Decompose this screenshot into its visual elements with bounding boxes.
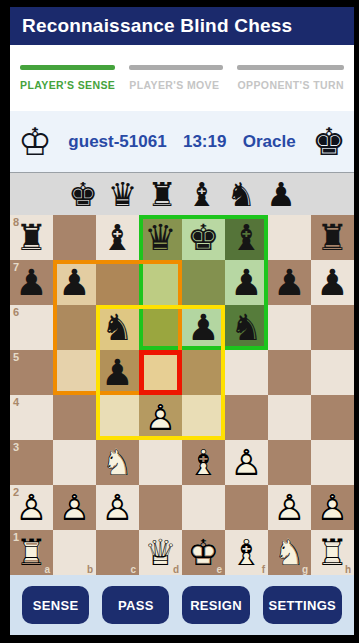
- square-e1[interactable]: e♚♔: [182, 530, 225, 575]
- square-b7[interactable]: ♟: [53, 260, 96, 305]
- square-f5[interactable]: [225, 350, 268, 395]
- square-c1[interactable]: c: [96, 530, 139, 575]
- black-bishop-icon: ♝: [187, 178, 217, 211]
- black-king-icon: ♚: [68, 178, 98, 211]
- white-bishop: ♝♗: [182, 440, 225, 485]
- square-b3[interactable]: [53, 440, 96, 485]
- piece-outline: ♙: [53, 485, 96, 530]
- square-a7[interactable]: 7♟: [10, 260, 53, 305]
- file-label-f: f: [262, 564, 265, 575]
- app-screen: Reconnaissance Blind Chess PLAYER'S SENS…: [10, 7, 354, 635]
- square-f7[interactable]: ♟: [225, 260, 268, 305]
- square-f3[interactable]: ♟♙: [225, 440, 268, 485]
- square-g6[interactable]: [268, 305, 311, 350]
- square-a5[interactable]: 5: [10, 350, 53, 395]
- white-pawn: ♟♙: [139, 395, 182, 440]
- square-c5[interactable]: ♟: [96, 350, 139, 395]
- rank-label-7: 7: [13, 261, 19, 273]
- black-pawn-icon: ♟: [266, 178, 296, 211]
- square-d7[interactable]: [139, 260, 182, 305]
- file-label-g: g: [302, 564, 308, 575]
- square-b4[interactable]: [53, 395, 96, 440]
- tab-label: PLAYER'S MOVE: [129, 79, 223, 91]
- square-h2[interactable]: ♟♙: [311, 485, 354, 530]
- black-pawn: ♟: [311, 260, 354, 305]
- square-b2[interactable]: ♟♙: [53, 485, 96, 530]
- piece-outline: ♙: [139, 395, 182, 440]
- rank-label-3: 3: [13, 441, 19, 453]
- piece-outline: ♙: [225, 440, 268, 485]
- square-c6[interactable]: ♞: [96, 305, 139, 350]
- square-f2[interactable]: [225, 485, 268, 530]
- square-a1[interactable]: 1a♜♖: [10, 530, 53, 575]
- black-rook: ♜: [311, 215, 354, 260]
- tab-progress-bar: [129, 65, 223, 70]
- square-c8[interactable]: ♝: [96, 215, 139, 260]
- square-e8[interactable]: ♚: [182, 215, 225, 260]
- file-label-h: h: [345, 564, 351, 575]
- black-knight: ♞: [96, 305, 139, 350]
- square-d1[interactable]: d♛♕: [139, 530, 182, 575]
- square-e2[interactable]: [182, 485, 225, 530]
- square-f8[interactable]: ♝: [225, 215, 268, 260]
- square-b6[interactable]: [53, 305, 96, 350]
- black-bishop: ♝: [96, 215, 139, 260]
- file-label-a: a: [44, 564, 50, 575]
- tab-progress-bar: [237, 65, 344, 70]
- resign-button[interactable]: RESIGN: [182, 586, 249, 624]
- file-label-e: e: [216, 564, 222, 575]
- tab-label: OPPONENT'S TURN: [237, 79, 344, 91]
- square-f1[interactable]: f♝♗: [225, 530, 268, 575]
- rank-label-4: 4: [13, 396, 19, 408]
- square-c2[interactable]: ♟♙: [96, 485, 139, 530]
- pass-button[interactable]: PASS: [102, 586, 169, 624]
- sense-button[interactable]: SENSE: [22, 586, 89, 624]
- black-pawn: ♟: [53, 260, 96, 305]
- action-bar: SENSEPASSRESIGNSETTINGS: [10, 575, 354, 635]
- square-b8[interactable]: [53, 215, 96, 260]
- app-title: Reconnaissance Blind Chess: [10, 15, 292, 37]
- tab-opponent-s-turn: OPPONENT'S TURN: [237, 65, 344, 111]
- tab-player-s-move: PLAYER'S MOVE: [129, 65, 223, 111]
- white-pawn: ♟♙: [53, 485, 96, 530]
- tab-player-s-sense: PLAYER'S SENSE: [20, 65, 115, 111]
- white-pawn: ♟♙: [96, 485, 139, 530]
- piece-outline: ♗: [182, 440, 225, 485]
- square-e7[interactable]: [182, 260, 225, 305]
- black-pawn: ♟: [182, 305, 225, 350]
- square-g7[interactable]: ♟: [268, 260, 311, 305]
- black-knight-icon: ♞: [227, 178, 257, 211]
- square-e6[interactable]: ♟: [182, 305, 225, 350]
- white-pawn: ♟♙: [311, 485, 354, 530]
- square-h8[interactable]: ♜: [311, 215, 354, 260]
- tab-label: PLAYER'S SENSE: [20, 79, 115, 91]
- black-pawn: ♟: [225, 260, 268, 305]
- tab-progress-bar: [20, 65, 115, 70]
- black-bishop: ♝: [225, 215, 268, 260]
- square-d6[interactable]: [139, 305, 182, 350]
- captured-piece-tray: ♚♛♜♝♞♟: [10, 173, 354, 215]
- square-d3[interactable]: [139, 440, 182, 485]
- rank-label-1: 1: [13, 531, 19, 543]
- white-pawn: ♟♙: [268, 485, 311, 530]
- square-b1[interactable]: b: [53, 530, 96, 575]
- rank-label-6: 6: [13, 306, 19, 318]
- square-h7[interactable]: ♟: [311, 260, 354, 305]
- piece-outline: ♙: [311, 485, 354, 530]
- square-h4[interactable]: [311, 395, 354, 440]
- settings-button[interactable]: SETTINGS: [263, 586, 342, 624]
- black-player-name: Oracle: [243, 132, 296, 152]
- file-label-d: d: [173, 564, 179, 575]
- white-pawn: ♟♙: [225, 440, 268, 485]
- square-d4[interactable]: ♟♙: [139, 395, 182, 440]
- chess-board: 8♜♝♛♚♝♜7♟♟♟♟♟6♞♟♞5♟4♟♙3♞♘♝♗♟♙2♟♙♟♙♟♙♟♙♟♙…: [10, 215, 354, 575]
- piece-outline: ♙: [268, 485, 311, 530]
- black-knight: ♞: [225, 305, 268, 350]
- square-g5[interactable]: [268, 350, 311, 395]
- square-g4[interactable]: [268, 395, 311, 440]
- square-h3[interactable]: [311, 440, 354, 485]
- player-bar: ♔ guest-51061 13:19 Oracle ♚: [10, 111, 354, 173]
- square-d5[interactable]: [139, 350, 182, 395]
- white-player-name: guest-51061: [68, 132, 166, 152]
- square-g3[interactable]: [268, 440, 311, 485]
- square-a8[interactable]: 8♜: [10, 215, 53, 260]
- black-queen: ♛: [139, 215, 182, 260]
- square-g2[interactable]: ♟♙: [268, 485, 311, 530]
- app-header: Reconnaissance Blind Chess: [10, 7, 354, 45]
- square-h6[interactable]: [311, 305, 354, 350]
- square-a3[interactable]: 3: [10, 440, 53, 485]
- square-a2[interactable]: 2♟♙: [10, 485, 53, 530]
- square-g1[interactable]: g♞♘: [268, 530, 311, 575]
- black-rook-icon: ♜: [147, 178, 177, 211]
- square-a6[interactable]: 6: [10, 305, 53, 350]
- phase-tabs: PLAYER'S SENSEPLAYER'S MOVEOPPONENT'S TU…: [10, 45, 354, 111]
- square-d8[interactable]: ♛: [139, 215, 182, 260]
- square-h1[interactable]: h♜♖: [311, 530, 354, 575]
- white-king-icon: ♔: [18, 123, 52, 161]
- square-f6[interactable]: ♞: [225, 305, 268, 350]
- file-label-c: c: [130, 564, 136, 575]
- rank-label-8: 8: [13, 216, 19, 228]
- black-queen-icon: ♛: [108, 178, 138, 211]
- square-c4[interactable]: [96, 395, 139, 440]
- rank-label-2: 2: [13, 486, 19, 498]
- square-f4[interactable]: [225, 395, 268, 440]
- piece-outline: ♘: [96, 440, 139, 485]
- file-label-b: b: [87, 564, 93, 575]
- square-b5[interactable]: [53, 350, 96, 395]
- piece-outline: ♙: [96, 485, 139, 530]
- square-g8[interactable]: [268, 215, 311, 260]
- black-king-icon: ♚: [312, 123, 346, 161]
- square-d2[interactable]: [139, 485, 182, 530]
- black-pawn: ♟: [268, 260, 311, 305]
- square-h5[interactable]: [311, 350, 354, 395]
- rank-label-5: 5: [13, 351, 19, 363]
- black-king: ♚: [182, 215, 225, 260]
- square-c7[interactable]: [96, 260, 139, 305]
- square-e5[interactable]: [182, 350, 225, 395]
- white-knight: ♞♘: [96, 440, 139, 485]
- square-e3[interactable]: ♝♗: [182, 440, 225, 485]
- black-pawn: ♟: [96, 350, 139, 395]
- square-e4[interactable]: [182, 395, 225, 440]
- game-clock: 13:19: [183, 132, 226, 152]
- square-a4[interactable]: 4: [10, 395, 53, 440]
- square-c3[interactable]: ♞♘: [96, 440, 139, 485]
